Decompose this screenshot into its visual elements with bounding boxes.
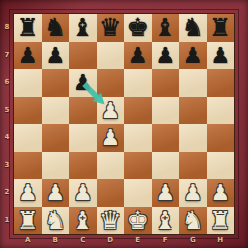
square-d3[interactable] xyxy=(97,152,125,180)
square-g7[interactable]: ♟ xyxy=(179,42,207,70)
rank-label-7: 7 xyxy=(0,42,14,70)
file-label-d: D xyxy=(97,234,125,248)
square-g2[interactable]: ♟ xyxy=(179,179,207,207)
square-e2[interactable] xyxy=(124,179,152,207)
square-a1[interactable]: ♜ xyxy=(14,207,42,235)
file-coordinates: ABCDEFGH xyxy=(14,234,234,248)
white-pawn[interactable]: ♟ xyxy=(207,179,235,207)
black-pawn[interactable]: ♟ xyxy=(179,42,207,70)
black-rook[interactable]: ♜ xyxy=(207,14,235,42)
white-pawn[interactable]: ♟ xyxy=(97,124,125,152)
black-pawn[interactable]: ♟ xyxy=(124,42,152,70)
square-c4[interactable] xyxy=(69,124,97,152)
file-label-e: E xyxy=(124,234,152,248)
square-b8[interactable]: ♞ xyxy=(42,14,70,42)
square-e8[interactable]: ♚ xyxy=(124,14,152,42)
square-a2[interactable]: ♟ xyxy=(14,179,42,207)
rank-label-1: 1 xyxy=(0,207,14,235)
square-f7[interactable]: ♟ xyxy=(152,42,180,70)
square-h2[interactable]: ♟ xyxy=(207,179,235,207)
square-d6[interactable] xyxy=(97,69,125,97)
rank-label-4: 4 xyxy=(0,124,14,152)
file-label-g: G xyxy=(179,234,207,248)
file-label-f: F xyxy=(152,234,180,248)
square-b3[interactable] xyxy=(42,152,70,180)
square-e1[interactable]: ♚ xyxy=(124,207,152,235)
square-h4[interactable] xyxy=(207,124,235,152)
white-knight[interactable]: ♞ xyxy=(42,207,70,235)
square-g5[interactable] xyxy=(179,97,207,125)
square-a7[interactable]: ♟ xyxy=(14,42,42,70)
white-pawn[interactable]: ♟ xyxy=(69,179,97,207)
square-b2[interactable]: ♟ xyxy=(42,179,70,207)
black-pawn[interactable]: ♟ xyxy=(152,42,180,70)
square-c2[interactable]: ♟ xyxy=(69,179,97,207)
black-pawn[interactable]: ♟ xyxy=(207,42,235,70)
white-rook[interactable]: ♜ xyxy=(207,207,235,235)
square-e5[interactable] xyxy=(124,97,152,125)
square-a6[interactable] xyxy=(14,69,42,97)
square-f1[interactable]: ♝ xyxy=(152,207,180,235)
file-label-c: C xyxy=(69,234,97,248)
square-e6[interactable] xyxy=(124,69,152,97)
black-pawn[interactable]: ♟ xyxy=(14,42,42,70)
black-king[interactable]: ♚ xyxy=(124,14,152,42)
square-f2[interactable]: ♟ xyxy=(152,179,180,207)
rank-label-6: 6 xyxy=(0,69,14,97)
square-c5[interactable] xyxy=(69,97,97,125)
square-f4[interactable] xyxy=(152,124,180,152)
square-c1[interactable]: ♝ xyxy=(69,207,97,235)
square-e3[interactable] xyxy=(124,152,152,180)
square-h1[interactable]: ♜ xyxy=(207,207,235,235)
white-king[interactable]: ♚ xyxy=(124,207,152,235)
square-h3[interactable] xyxy=(207,152,235,180)
square-b5[interactable] xyxy=(42,97,70,125)
white-knight[interactable]: ♞ xyxy=(179,207,207,235)
file-label-b: B xyxy=(42,234,70,248)
square-f8[interactable]: ♝ xyxy=(152,14,180,42)
rank-label-8: 8 xyxy=(0,14,14,42)
black-bishop[interactable]: ♝ xyxy=(152,14,180,42)
rank-coordinates: 87654321 xyxy=(0,14,14,234)
square-d4[interactable]: ♟ xyxy=(97,124,125,152)
rank-label-2: 2 xyxy=(0,179,14,207)
white-pawn[interactable]: ♟ xyxy=(42,179,70,207)
square-h5[interactable] xyxy=(207,97,235,125)
square-a5[interactable] xyxy=(14,97,42,125)
chess-app-window: ♜♞♝♛♚♝♞♜♟♟♟♟♟♟♟♟♟♟♟♟♟♟♟♜♞♝♛♚♝♞♜ 87654321… xyxy=(0,0,248,248)
square-b7[interactable]: ♟ xyxy=(42,42,70,70)
square-b4[interactable] xyxy=(42,124,70,152)
rank-label-5: 5 xyxy=(0,97,14,125)
square-g6[interactable] xyxy=(179,69,207,97)
square-d1[interactable]: ♛ xyxy=(97,207,125,235)
square-d8[interactable]: ♛ xyxy=(97,14,125,42)
square-h7[interactable]: ♟ xyxy=(207,42,235,70)
black-rook[interactable]: ♜ xyxy=(14,14,42,42)
black-pawn[interactable]: ♟ xyxy=(42,42,70,70)
square-g1[interactable]: ♞ xyxy=(179,207,207,235)
square-d7[interactable] xyxy=(97,42,125,70)
square-f3[interactable] xyxy=(152,152,180,180)
square-f5[interactable] xyxy=(152,97,180,125)
square-b6[interactable] xyxy=(42,69,70,97)
rank-label-3: 3 xyxy=(0,152,14,180)
square-b1[interactable]: ♞ xyxy=(42,207,70,235)
white-queen[interactable]: ♛ xyxy=(97,207,125,235)
chess-board[interactable]: ♜♞♝♛♚♝♞♜♟♟♟♟♟♟♟♟♟♟♟♟♟♟♟♜♞♝♛♚♝♞♜ xyxy=(14,14,234,234)
square-a8[interactable]: ♜ xyxy=(14,14,42,42)
white-rook[interactable]: ♜ xyxy=(14,207,42,235)
white-bishop[interactable]: ♝ xyxy=(152,207,180,235)
square-g3[interactable] xyxy=(179,152,207,180)
square-a3[interactable] xyxy=(14,152,42,180)
square-g8[interactable]: ♞ xyxy=(179,14,207,42)
black-knight[interactable]: ♞ xyxy=(42,14,70,42)
square-h6[interactable] xyxy=(207,69,235,97)
square-g4[interactable] xyxy=(179,124,207,152)
white-pawn[interactable]: ♟ xyxy=(179,179,207,207)
white-bishop[interactable]: ♝ xyxy=(69,207,97,235)
black-bishop[interactable]: ♝ xyxy=(69,14,97,42)
square-c7[interactable] xyxy=(69,42,97,70)
square-e4[interactable] xyxy=(124,124,152,152)
white-pawn[interactable]: ♟ xyxy=(152,179,180,207)
square-d2[interactable] xyxy=(97,179,125,207)
square-f6[interactable] xyxy=(152,69,180,97)
white-pawn[interactable]: ♟ xyxy=(14,179,42,207)
square-e7[interactable]: ♟ xyxy=(124,42,152,70)
black-knight[interactable]: ♞ xyxy=(179,14,207,42)
square-c3[interactable] xyxy=(69,152,97,180)
black-queen[interactable]: ♛ xyxy=(97,14,125,42)
black-pawn[interactable]: ♟ xyxy=(69,69,97,97)
square-h8[interactable]: ♜ xyxy=(207,14,235,42)
square-d5[interactable]: ♟ xyxy=(97,97,125,125)
file-label-h: H xyxy=(207,234,235,248)
file-label-a: A xyxy=(14,234,42,248)
white-pawn[interactable]: ♟ xyxy=(97,97,125,125)
square-a4[interactable] xyxy=(14,124,42,152)
square-c8[interactable]: ♝ xyxy=(69,14,97,42)
square-c6[interactable]: ♟ xyxy=(69,69,97,97)
